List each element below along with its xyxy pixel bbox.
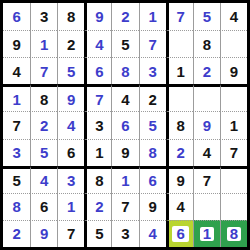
cell-digit: 4: [148, 226, 156, 241]
cell-digit: 5: [40, 145, 48, 160]
cell-digit: 9: [203, 118, 211, 133]
cell-digit: 3: [148, 64, 156, 79]
cell-r3c3[interactable]: 5: [57, 57, 84, 84]
cell-digit: 3: [12, 145, 20, 160]
cell-digit: 5: [203, 9, 211, 24]
cell-digit: 4: [67, 118, 75, 133]
cell-digit: 7: [12, 118, 20, 133]
cell-r6c1[interactable]: 3: [3, 139, 30, 166]
cell-r1c7[interactable]: 7: [166, 3, 193, 30]
cell-digit: 9: [121, 145, 129, 160]
cell-r7c3[interactable]: 3: [57, 166, 84, 193]
cell-r8c3[interactable]: 1: [57, 193, 84, 220]
cell-r4c1[interactable]: 1: [3, 84, 30, 111]
cell-r9c1[interactable]: 2: [3, 220, 30, 247]
cell-r4c4[interactable]: 7: [84, 84, 111, 111]
cell-digit: 5: [148, 118, 156, 133]
cell-digit: 2: [95, 199, 103, 214]
cell-r2c1[interactable]: 9: [3, 30, 30, 57]
cell-r6c7[interactable]: 2: [166, 139, 193, 166]
cell-digit: 8: [177, 118, 185, 133]
cell-r5c1[interactable]: 7: [3, 111, 30, 138]
cell-r4c5[interactable]: 4: [111, 84, 138, 111]
cell-r9c7[interactable]: 6: [166, 220, 193, 247]
cell-r2c3[interactable]: 2: [57, 30, 84, 57]
cell-r1c2[interactable]: 3: [30, 3, 57, 30]
cell-r8c7[interactable]: 4: [166, 193, 193, 220]
cell-r4c8[interactable]: [193, 84, 220, 111]
cell-digit: 2: [121, 9, 129, 24]
cell-r9c9[interactable]: 8: [220, 220, 247, 247]
cell-digit: 7: [40, 64, 48, 79]
cell-r6c3[interactable]: 6: [57, 139, 84, 166]
cell-digit: 6: [67, 145, 75, 160]
cell-digit: 5: [67, 64, 75, 79]
cell-digit: 7: [67, 226, 75, 241]
cell-r4c7[interactable]: [166, 84, 193, 111]
cell-digit: 6: [121, 118, 129, 133]
cell-digit: 1: [230, 118, 238, 133]
cell-r5c6[interactable]: 5: [139, 111, 166, 138]
cell-r7c1[interactable]: 5: [3, 166, 30, 193]
cell-digit: 9: [148, 199, 156, 214]
cell-r8c2[interactable]: 6: [30, 193, 57, 220]
cell-r2c9[interactable]: [220, 30, 247, 57]
cell-r9c8[interactable]: 1: [193, 220, 220, 247]
cell-r1c8[interactable]: 5: [193, 3, 220, 30]
cell-digit: 4: [177, 199, 185, 214]
cell-digit: 1: [67, 199, 75, 214]
cell-digit: 7: [121, 199, 129, 214]
cell-digit: 3: [40, 9, 48, 24]
cell-r4c6[interactable]: 2: [139, 84, 166, 111]
cell-digit: 8: [12, 199, 20, 214]
cell-r7c4[interactable]: 8: [84, 166, 111, 193]
cell-r3c8[interactable]: 2: [193, 57, 220, 84]
cell-r6c8[interactable]: 4: [193, 139, 220, 166]
cell-digit: 4: [203, 145, 211, 160]
cell-digit: 7: [230, 145, 238, 160]
cell-digit: 1: [177, 64, 185, 79]
cell-r9c3[interactable]: 7: [57, 220, 84, 247]
cell-r2c4[interactable]: 4: [84, 30, 111, 57]
cell-r2c6[interactable]: 7: [139, 30, 166, 57]
cell-r1c1[interactable]: 6: [3, 3, 30, 30]
cell-digit: 5: [12, 173, 20, 188]
cell-r2c5[interactable]: 5: [111, 30, 138, 57]
cell-digit: 5: [95, 226, 103, 241]
cell-digit: 4: [230, 9, 238, 24]
cell-r4c2[interactable]: 8: [30, 84, 57, 111]
cell-r5c7[interactable]: 8: [166, 111, 193, 138]
cell-r3c2[interactable]: 7: [30, 57, 57, 84]
cell-r7c6[interactable]: 6: [139, 166, 166, 193]
cell-digit: 9: [40, 226, 48, 241]
cell-digit: 1: [121, 173, 129, 188]
cell-r5c3[interactable]: 4: [57, 111, 84, 138]
cell-r8c1[interactable]: 8: [3, 193, 30, 220]
cell-r8c6[interactable]: 9: [139, 193, 166, 220]
cell-r3c9[interactable]: 9: [220, 57, 247, 84]
cell-r3c1[interactable]: 4: [3, 57, 30, 84]
cell-r1c4[interactable]: 9: [84, 3, 111, 30]
cell-r1c9[interactable]: 4: [220, 3, 247, 30]
cell-r4c9[interactable]: [220, 84, 247, 111]
cell-digit: 6: [172, 226, 189, 242]
cell-digit: 8: [67, 9, 75, 24]
cell-r1c3[interactable]: 8: [57, 3, 84, 30]
cell-r3c5[interactable]: 8: [111, 57, 138, 84]
cell-r5c9[interactable]: 1: [220, 111, 247, 138]
cell-r9c2[interactable]: 9: [30, 220, 57, 247]
cell-digit: 2: [40, 118, 48, 133]
cell-r3c6[interactable]: 3: [139, 57, 166, 84]
cell-digit: 2: [12, 226, 20, 241]
cell-r8c5[interactable]: 7: [111, 193, 138, 220]
cell-digit: 4: [12, 64, 20, 79]
cell-r2c8[interactable]: 8: [193, 30, 220, 57]
cell-digit: 1: [148, 9, 156, 24]
cell-digit: 6: [12, 9, 20, 24]
cell-digit: 2: [148, 92, 156, 107]
cell-digit: 2: [203, 64, 211, 79]
cell-digit: 9: [177, 173, 185, 188]
cell-digit: 1: [200, 227, 214, 241]
cell-digit: 5: [121, 37, 129, 52]
cell-r7c9[interactable]: [220, 166, 247, 193]
cell-r9c5[interactable]: 3: [111, 220, 138, 247]
cell-r5c4[interactable]: 3: [84, 111, 111, 138]
cell-digit: 7: [177, 9, 185, 24]
cell-r3c7[interactable]: 1: [166, 57, 193, 84]
cell-r9c4[interactable]: 5: [84, 220, 111, 247]
cell-digit: 7: [95, 92, 103, 107]
cell-r1c5[interactable]: 2: [111, 3, 138, 30]
cell-digit: 8: [227, 227, 241, 241]
cell-r4c3[interactable]: 9: [57, 84, 84, 111]
cell-digit: 2: [67, 37, 75, 52]
cell-r7c7[interactable]: 9: [166, 166, 193, 193]
cell-r6c5[interactable]: 9: [111, 139, 138, 166]
cell-r5c8[interactable]: 9: [193, 111, 220, 138]
cell-digit: 8: [95, 173, 103, 188]
cell-digit: 4: [40, 173, 48, 188]
cell-digit: 7: [203, 173, 211, 188]
cell-r8c8[interactable]: [193, 193, 220, 220]
cell-r6c2[interactable]: 5: [30, 139, 57, 166]
cell-r8c4[interactable]: 2: [84, 193, 111, 220]
cell-r6c6[interactable]: 8: [139, 139, 166, 166]
cell-digit: 8: [121, 64, 129, 79]
cell-digit: 9: [95, 9, 103, 24]
cell-digit: 9: [230, 64, 238, 79]
sudoku-board: 6389217549124578475683129189742724365891…: [0, 0, 250, 250]
cell-digit: 6: [95, 64, 103, 79]
cell-r6c9[interactable]: 7: [220, 139, 247, 166]
cell-r1c6[interactable]: 1: [139, 3, 166, 30]
cell-digit: 3: [67, 173, 75, 188]
cell-digit: 8: [203, 37, 211, 52]
cell-r6c4[interactable]: 1: [84, 139, 111, 166]
cell-digit: 6: [40, 199, 48, 214]
cell-digit: 1: [95, 145, 103, 160]
cell-digit: 4: [121, 92, 129, 107]
cell-digit: 6: [148, 173, 156, 188]
cell-r9c6[interactable]: 4: [139, 220, 166, 247]
cell-r8c9[interactable]: [220, 193, 247, 220]
cell-digit: 4: [95, 37, 103, 52]
cell-r2c7[interactable]: [166, 30, 193, 57]
cell-digit: 1: [40, 37, 48, 52]
cell-digit: 3: [121, 226, 129, 241]
cell-digit: 9: [12, 37, 20, 52]
cell-digit: 8: [40, 92, 48, 107]
cell-digit: 2: [177, 145, 185, 160]
cell-r7c5[interactable]: 1: [111, 166, 138, 193]
cell-r5c5[interactable]: 6: [111, 111, 138, 138]
cell-r2c2[interactable]: 1: [30, 30, 57, 57]
cell-r7c8[interactable]: 7: [193, 166, 220, 193]
cell-r3c4[interactable]: 6: [84, 57, 111, 84]
cell-digit: 7: [148, 37, 156, 52]
cell-digit: 3: [95, 118, 103, 133]
cell-r7c2[interactable]: 4: [30, 166, 57, 193]
cell-digit: 8: [148, 145, 156, 160]
cell-digit: 9: [67, 92, 75, 107]
cell-r5c2[interactable]: 2: [30, 111, 57, 138]
cell-digit: 1: [12, 92, 20, 107]
